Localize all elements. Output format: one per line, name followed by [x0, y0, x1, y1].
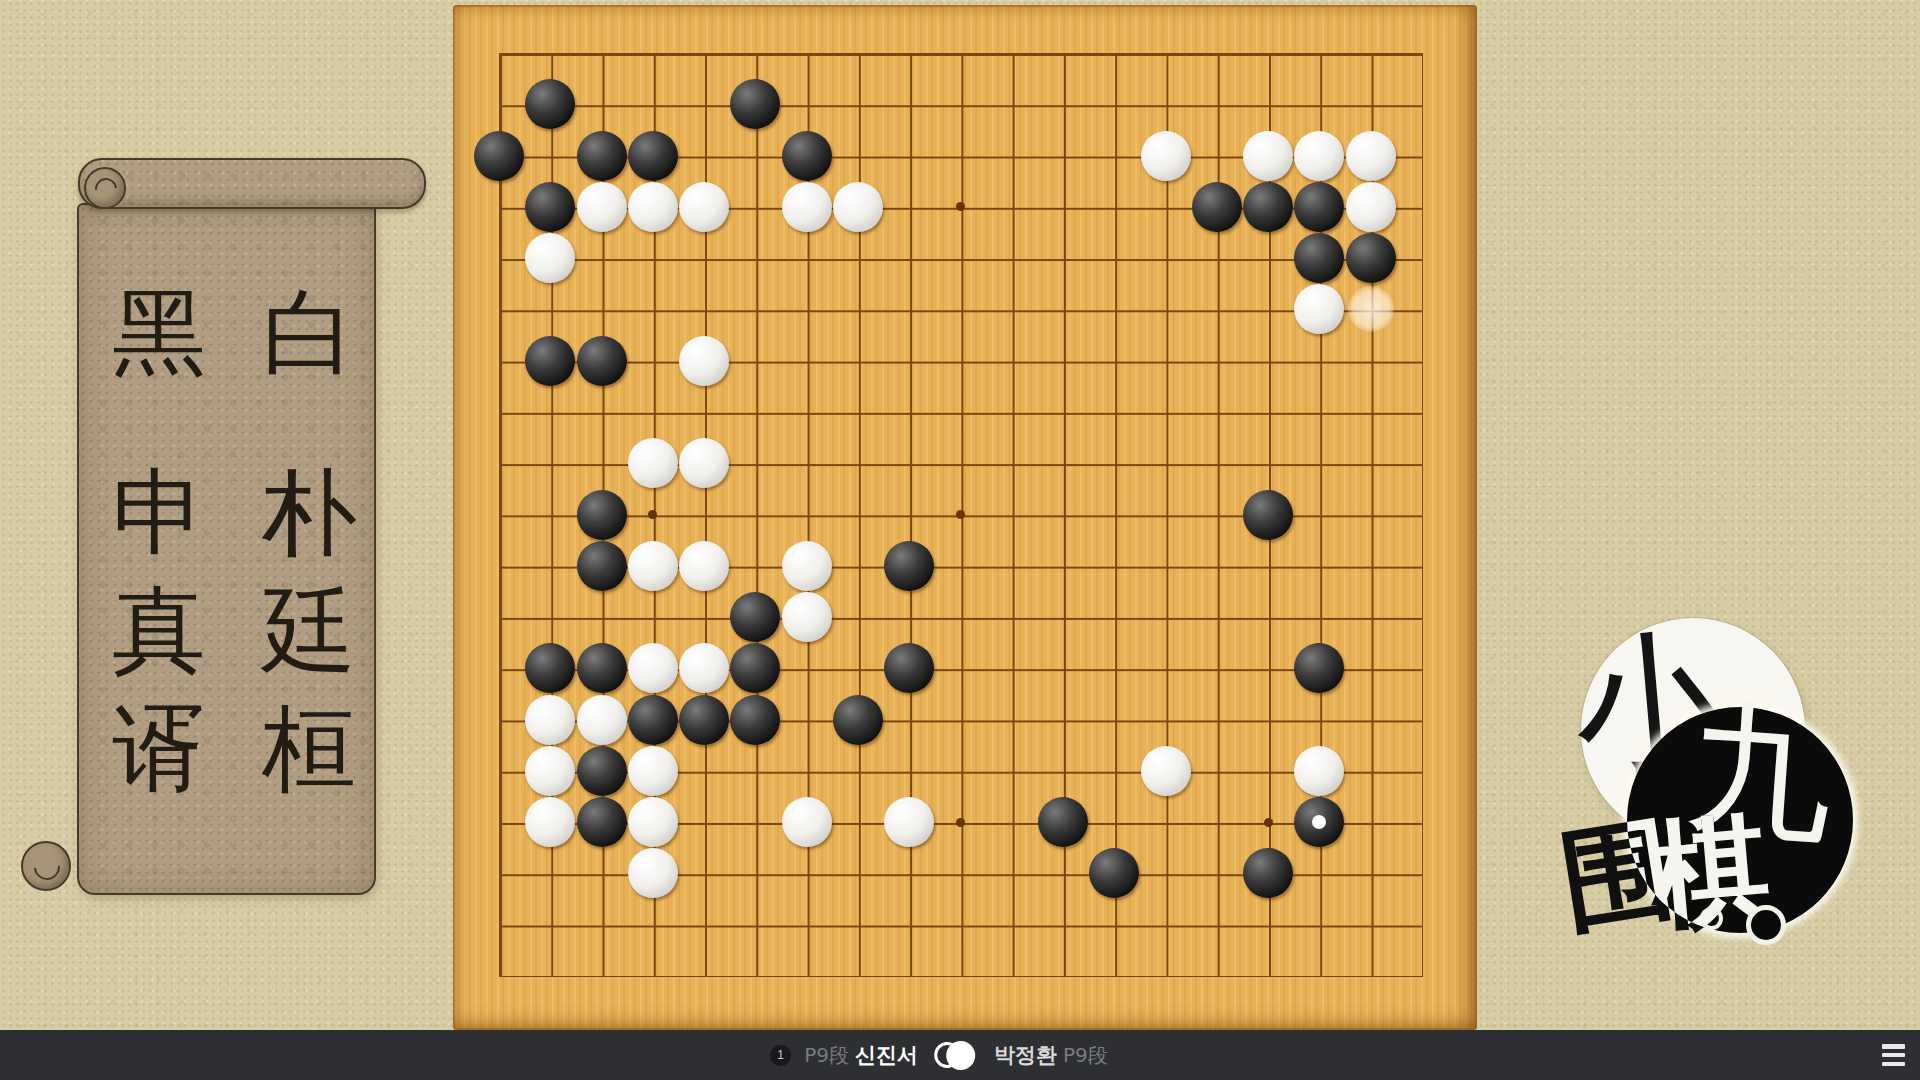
white-stone: [679, 438, 729, 488]
logo-big-stone-ring: [1746, 905, 1786, 945]
black-stone: [525, 336, 575, 386]
scroll-body: 白 朴 廷 桓 黑 申 真 谞: [77, 203, 376, 895]
last-move-marker: [1312, 815, 1326, 829]
scroll-black-name-char: 真: [97, 575, 221, 687]
black-stone: [577, 541, 627, 591]
white-stone: [577, 182, 627, 232]
white-stone: [833, 182, 883, 232]
white-stone: [1141, 746, 1191, 796]
black-stone: [1243, 182, 1293, 232]
white-stone: [782, 182, 832, 232]
black-stone: [577, 643, 627, 693]
menu-bar: [1882, 1053, 1905, 1058]
white-stone: [679, 182, 729, 232]
star-point: [956, 818, 965, 827]
white-stone: [628, 797, 678, 847]
white-player-name: 박정환: [994, 1041, 1057, 1069]
turn-indicator-toggle[interactable]: [934, 1041, 975, 1070]
scroll-black-header: 黑: [97, 277, 221, 389]
white-stone: [628, 746, 678, 796]
scroll-black-name-char: 申: [97, 457, 221, 569]
black-stone: [577, 490, 627, 540]
black-stone: [577, 336, 627, 386]
white-stone: [525, 746, 575, 796]
black-stone: [1243, 490, 1293, 540]
scroll-white-name-char: 桓: [247, 693, 371, 805]
black-stone: [577, 131, 627, 181]
white-stone: [782, 541, 832, 591]
black-player-name: 신진서: [855, 1041, 918, 1069]
app-logo: 小 九 围 棋 围 棋: [1560, 610, 1920, 1010]
white-stone: [628, 541, 678, 591]
go-board[interactable]: [453, 5, 1477, 1030]
white-stone: [628, 848, 678, 898]
white-player-rank: P9段: [1063, 1042, 1108, 1069]
scroll-black-name-char: 谞: [97, 693, 221, 805]
scroll-white-header: 白: [247, 277, 371, 389]
black-stone: [1038, 797, 1088, 847]
players-info: 1 P9段 신진서 박정환 P9段: [770, 1030, 1108, 1080]
black-stone: [730, 695, 780, 745]
black-stone: [577, 797, 627, 847]
white-stone: [679, 541, 729, 591]
scroll-top-curl: [84, 167, 126, 209]
star-point: [1264, 818, 1273, 827]
white-stone: [679, 336, 729, 386]
ghost-stone-preview: [1348, 286, 1394, 332]
white-stone: [628, 438, 678, 488]
white-stone: [628, 182, 678, 232]
white-stone: [782, 592, 832, 642]
black-stone: [884, 541, 934, 591]
black-stone: [679, 695, 729, 745]
white-stone-icon: [946, 1041, 975, 1070]
black-stone: [628, 131, 678, 181]
white-stone: [577, 695, 627, 745]
black-stone: [1346, 233, 1396, 283]
logo-small-stone-ring: [1700, 907, 1723, 930]
white-stone: [1346, 182, 1396, 232]
menu-bar: [1882, 1062, 1905, 1067]
black-stone: [1294, 182, 1344, 232]
black-stone: [525, 182, 575, 232]
scroll-bottom-curl: [21, 841, 71, 891]
black-stone: [782, 131, 832, 181]
black-stone: [577, 746, 627, 796]
black-stone: [833, 695, 883, 745]
white-stone: [1294, 131, 1344, 181]
black-stone: [628, 695, 678, 745]
black-player-rank: P9段: [804, 1042, 849, 1069]
scroll-white-name-char: 廷: [247, 575, 371, 687]
white-stone: [782, 797, 832, 847]
white-stone: [1141, 131, 1191, 181]
black-stone: [474, 131, 524, 181]
white-stone: [1346, 131, 1396, 181]
black-stone: [1192, 182, 1242, 232]
star-point: [956, 510, 965, 519]
status-bar: 1 P9段 신진서 박정환 P9段: [0, 1030, 1920, 1080]
white-stone: [525, 695, 575, 745]
scroll-white-name-char: 朴: [247, 457, 371, 569]
hamburger-menu-icon[interactable]: [1882, 1044, 1905, 1066]
white-stone: [1243, 131, 1293, 181]
menu-bar: [1882, 1044, 1905, 1049]
white-stone: [628, 643, 678, 693]
scroll-top-roller: [78, 158, 426, 209]
move-number-badge: 1: [770, 1045, 791, 1066]
